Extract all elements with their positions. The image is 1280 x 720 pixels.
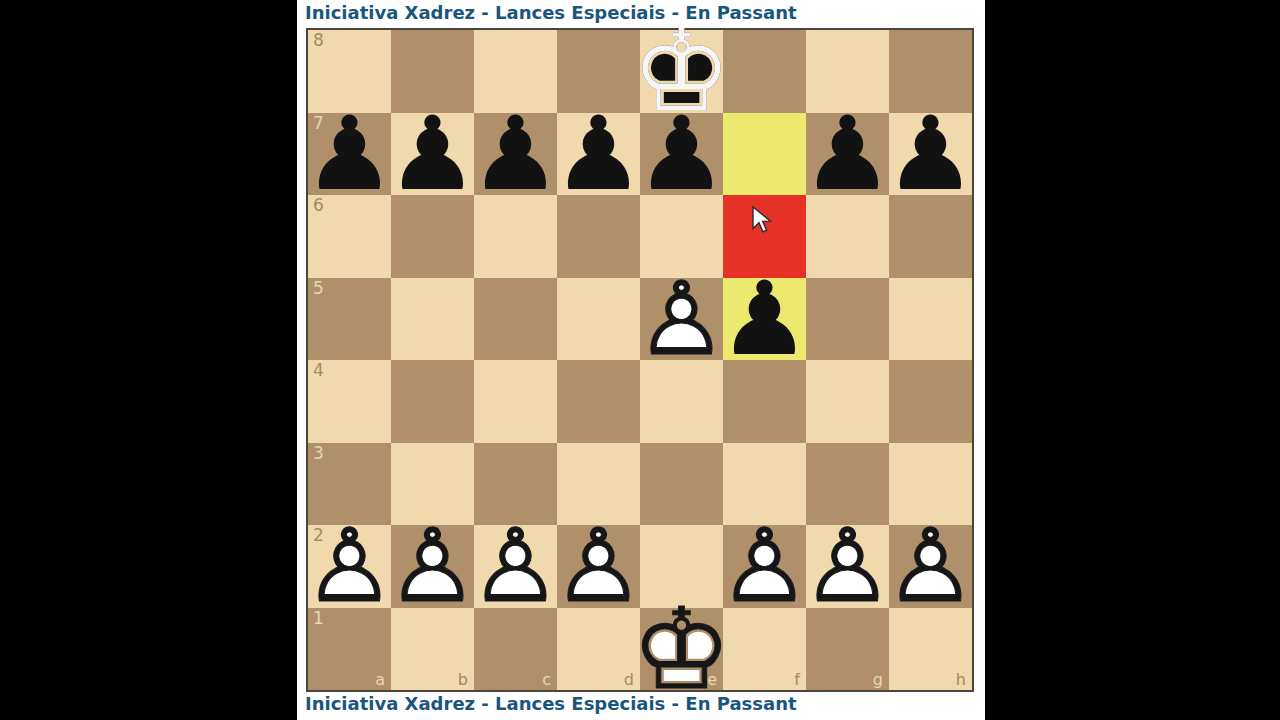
square-a7[interactable]: 7♟: [308, 113, 391, 196]
square-h7[interactable]: ♟: [889, 113, 972, 196]
square-f5[interactable]: ♟: [723, 278, 806, 361]
square-h2[interactable]: ♟♙: [889, 525, 972, 608]
file-label-g: g: [873, 672, 883, 688]
letterbox-right: [985, 0, 1280, 720]
board-grid: 8♚♔7♟♟♟♟♟♟♟65♟♙♟432♟♙♟♙♟♙♟♙♟♙♟♙♟♙1abcde♚…: [308, 30, 972, 690]
square-g8[interactable]: [806, 30, 889, 113]
square-a4[interactable]: 4: [308, 360, 391, 443]
square-e5[interactable]: ♟♙: [640, 278, 723, 361]
square-b3[interactable]: [391, 443, 474, 526]
white-pawn-c2[interactable]: ♟♙: [474, 525, 557, 608]
square-c4[interactable]: [474, 360, 557, 443]
square-e3[interactable]: [640, 443, 723, 526]
square-a8[interactable]: 8: [308, 30, 391, 113]
square-d7[interactable]: ♟: [557, 113, 640, 196]
square-b8[interactable]: [391, 30, 474, 113]
black-pawn-d7[interactable]: ♟: [557, 113, 640, 196]
square-c8[interactable]: [474, 30, 557, 113]
black-pawn-a7[interactable]: ♟: [308, 113, 391, 196]
square-b6[interactable]: [391, 195, 474, 278]
square-b1[interactable]: b: [391, 608, 474, 691]
square-h1[interactable]: h: [889, 608, 972, 691]
file-label-a: a: [375, 672, 385, 688]
square-b7[interactable]: ♟: [391, 113, 474, 196]
square-a6[interactable]: 6: [308, 195, 391, 278]
square-d8[interactable]: [557, 30, 640, 113]
square-c1[interactable]: c: [474, 608, 557, 691]
square-a5[interactable]: 5: [308, 278, 391, 361]
square-g7[interactable]: ♟: [806, 113, 889, 196]
video-content-panel: Iniciativa Xadrez - Lances Especiais - E…: [297, 0, 985, 720]
square-c3[interactable]: [474, 443, 557, 526]
square-f8[interactable]: [723, 30, 806, 113]
letterbox-left: [0, 0, 297, 720]
black-pawn-b7[interactable]: ♟: [391, 113, 474, 196]
black-pawn-f5[interactable]: ♟: [723, 278, 806, 361]
square-d4[interactable]: [557, 360, 640, 443]
black-king-e8[interactable]: ♚♔: [640, 30, 723, 113]
white-pawn-e5[interactable]: ♟♙: [640, 278, 723, 361]
white-pawn-d2[interactable]: ♟♙: [557, 525, 640, 608]
white-pawn-h2[interactable]: ♟♙: [889, 525, 972, 608]
square-g1[interactable]: g: [806, 608, 889, 691]
file-label-d: d: [624, 672, 634, 688]
square-f4[interactable]: [723, 360, 806, 443]
square-f3[interactable]: [723, 443, 806, 526]
black-pawn-c7[interactable]: ♟: [474, 113, 557, 196]
white-pawn-b2[interactable]: ♟♙: [391, 525, 474, 608]
rank-label-8: 8: [313, 31, 324, 50]
file-label-f: f: [794, 672, 800, 688]
square-h3[interactable]: [889, 443, 972, 526]
square-h8[interactable]: [889, 30, 972, 113]
square-b2[interactable]: ♟♙: [391, 525, 474, 608]
square-c2[interactable]: ♟♙: [474, 525, 557, 608]
square-a3[interactable]: 3: [308, 443, 391, 526]
file-label-h: h: [956, 672, 966, 688]
square-c6[interactable]: [474, 195, 557, 278]
rank-label-3: 3: [313, 444, 324, 463]
file-label-c: c: [542, 672, 551, 688]
square-c7[interactable]: ♟: [474, 113, 557, 196]
white-pawn-f2[interactable]: ♟♙: [723, 525, 806, 608]
square-h4[interactable]: [889, 360, 972, 443]
square-d1[interactable]: d: [557, 608, 640, 691]
black-pawn-h7[interactable]: ♟: [889, 113, 972, 196]
square-d3[interactable]: [557, 443, 640, 526]
white-king-e1[interactable]: ♚♔: [640, 608, 723, 691]
black-pawn-e7[interactable]: ♟: [640, 113, 723, 196]
square-g3[interactable]: [806, 443, 889, 526]
video-title-top: Iniciativa Xadrez - Lances Especiais - E…: [305, 2, 797, 23]
video-title-bottom: Iniciativa Xadrez - Lances Especiais - E…: [305, 693, 797, 714]
white-pawn-a2[interactable]: ♟♙: [308, 525, 391, 608]
square-e7[interactable]: ♟: [640, 113, 723, 196]
square-e2[interactable]: [640, 525, 723, 608]
square-f2[interactable]: ♟♙: [723, 525, 806, 608]
square-g5[interactable]: [806, 278, 889, 361]
white-pawn-g2[interactable]: ♟♙: [806, 525, 889, 608]
square-g6[interactable]: [806, 195, 889, 278]
square-b4[interactable]: [391, 360, 474, 443]
square-e6[interactable]: [640, 195, 723, 278]
square-h6[interactable]: [889, 195, 972, 278]
rank-label-5: 5: [313, 279, 324, 298]
square-d6[interactable]: [557, 195, 640, 278]
black-pawn-g7[interactable]: ♟: [806, 113, 889, 196]
chess-board: 8♚♔7♟♟♟♟♟♟♟65♟♙♟432♟♙♟♙♟♙♟♙♟♙♟♙♟♙1abcde♚…: [306, 28, 974, 692]
square-e4[interactable]: [640, 360, 723, 443]
square-f1[interactable]: f: [723, 608, 806, 691]
square-f7[interactable]: [723, 113, 806, 196]
square-f6[interactable]: [723, 195, 806, 278]
square-d5[interactable]: [557, 278, 640, 361]
square-b5[interactable]: [391, 278, 474, 361]
file-label-b: b: [458, 672, 468, 688]
square-g4[interactable]: [806, 360, 889, 443]
square-d2[interactable]: ♟♙: [557, 525, 640, 608]
rank-label-4: 4: [313, 361, 324, 380]
square-a1[interactable]: 1a: [308, 608, 391, 691]
square-e8[interactable]: ♚♔: [640, 30, 723, 113]
square-a2[interactable]: 2♟♙: [308, 525, 391, 608]
square-g2[interactable]: ♟♙: [806, 525, 889, 608]
square-h5[interactable]: [889, 278, 972, 361]
rank-label-1: 1: [313, 609, 324, 628]
square-e1[interactable]: e♚♔: [640, 608, 723, 691]
rank-label-6: 6: [313, 196, 324, 215]
square-c5[interactable]: [474, 278, 557, 361]
